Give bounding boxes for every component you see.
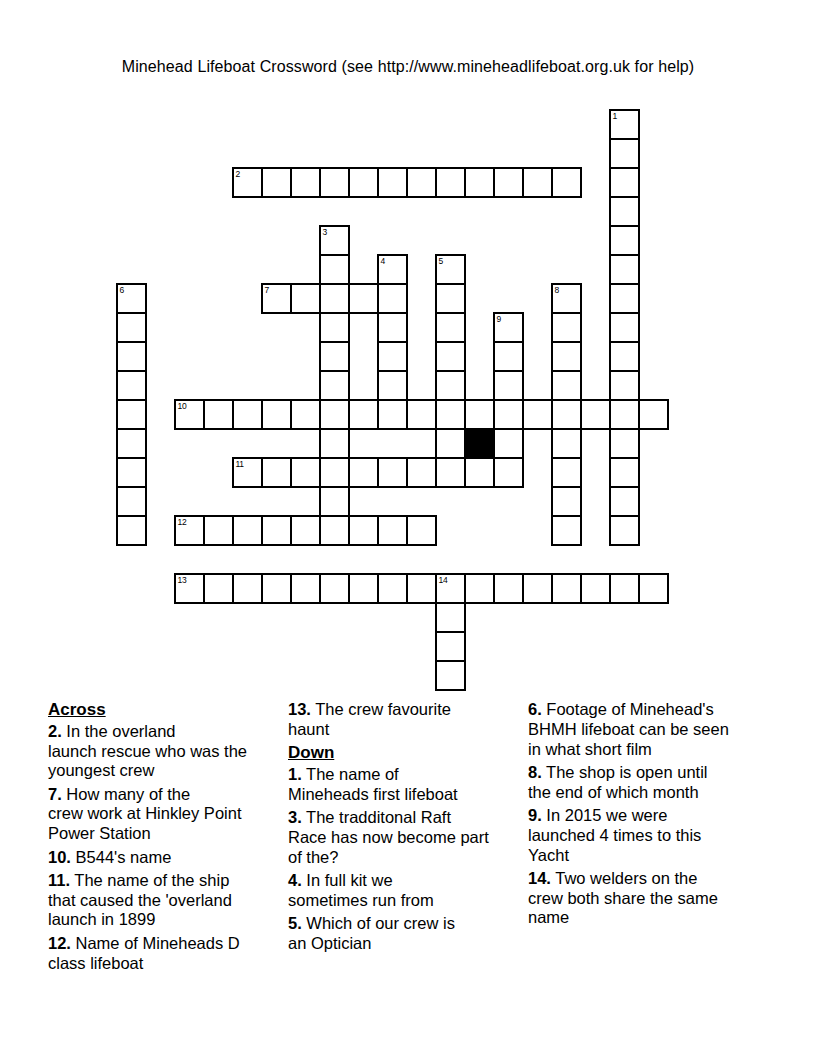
crossword-cell[interactable] bbox=[493, 399, 524, 430]
clue-number-label: 1 bbox=[613, 111, 617, 121]
crossword-cell[interactable] bbox=[609, 196, 640, 227]
crossword-cell[interactable] bbox=[348, 457, 379, 488]
clue-text: B544's name bbox=[76, 848, 172, 866]
crossword-cell[interactable]: 2 bbox=[232, 167, 263, 198]
crossword-page: Minehead Lifeboat Crossword (see http://… bbox=[0, 0, 816, 1056]
crossword-cell[interactable]: 10 bbox=[174, 399, 205, 430]
crossword-cell[interactable] bbox=[319, 341, 350, 372]
crossword-cell[interactable] bbox=[638, 573, 669, 604]
clue-6: 6. Footage of Minehead's BHMH lifeboat c… bbox=[528, 700, 767, 759]
crossword-cell[interactable] bbox=[261, 399, 292, 430]
crossword-cell[interactable] bbox=[348, 283, 379, 314]
crossword-cell[interactable] bbox=[116, 428, 147, 459]
clue-5: 5. Which of our crew is an Optician bbox=[288, 914, 527, 954]
crossword-cell[interactable] bbox=[551, 515, 582, 546]
clue-1: 1. The name of Mineheads first lifeboat bbox=[288, 765, 527, 805]
crossword-cell[interactable] bbox=[319, 312, 350, 343]
crossword-cell[interactable] bbox=[261, 167, 292, 198]
crossword-cell[interactable]: 8 bbox=[551, 283, 582, 314]
crossword-cell[interactable] bbox=[609, 428, 640, 459]
crossword-cell[interactable] bbox=[116, 399, 147, 430]
crossword-cell[interactable] bbox=[493, 573, 524, 604]
crossword-cell[interactable] bbox=[551, 167, 582, 198]
across-header: Across bbox=[48, 700, 287, 720]
crossword-cell[interactable] bbox=[435, 341, 466, 372]
crossword-cell[interactable] bbox=[116, 457, 147, 488]
crossword-cell[interactable] bbox=[232, 399, 263, 430]
crossword-cell[interactable] bbox=[609, 486, 640, 517]
clue-number-label: 2 bbox=[236, 169, 240, 179]
crossword-cell[interactable] bbox=[493, 167, 524, 198]
crossword-cell[interactable] bbox=[290, 515, 321, 546]
crossword-cell[interactable] bbox=[261, 573, 292, 604]
crossword-cell[interactable] bbox=[435, 399, 466, 430]
crossword-cell[interactable] bbox=[348, 399, 379, 430]
clue-number-label: 7 bbox=[265, 285, 269, 295]
crossword-cell[interactable]: 12 bbox=[174, 515, 205, 546]
crossword-cell[interactable] bbox=[435, 457, 466, 488]
clue-text: In full kit we sometimes run from bbox=[288, 871, 434, 909]
clue-number: 4. bbox=[288, 871, 302, 889]
crossword-cell[interactable] bbox=[435, 283, 466, 314]
crossword-cell[interactable] bbox=[435, 631, 466, 662]
crossword-cell[interactable] bbox=[435, 370, 466, 401]
clue-14: 14. Two welders on the crew both share t… bbox=[528, 869, 767, 928]
clue-10: 10. B544's name bbox=[48, 848, 287, 868]
crossword-cell[interactable] bbox=[493, 457, 524, 488]
crossword-cell[interactable] bbox=[522, 399, 553, 430]
clue-number: 8. bbox=[528, 763, 542, 781]
clue-number: 7. bbox=[48, 785, 62, 803]
crossword-cell[interactable] bbox=[609, 167, 640, 198]
clue-number-label: 13 bbox=[178, 575, 187, 585]
crossword-cell[interactable] bbox=[609, 370, 640, 401]
crossword-cell[interactable]: 5 bbox=[435, 254, 466, 285]
crossword-cell[interactable] bbox=[377, 457, 408, 488]
crossword-cell[interactable] bbox=[464, 457, 495, 488]
crossword-cell[interactable] bbox=[609, 341, 640, 372]
crossword-cell[interactable] bbox=[348, 573, 379, 604]
clue-number: 1. bbox=[288, 765, 302, 783]
crossword-cell[interactable] bbox=[551, 457, 582, 488]
crossword-cell[interactable] bbox=[522, 573, 553, 604]
crossword-cell[interactable] bbox=[464, 167, 495, 198]
crossword-cell[interactable] bbox=[580, 399, 611, 430]
clue-text: How many of the crew work at Hinkley Poi… bbox=[48, 785, 241, 843]
clue-text: The shop is open until the end of which … bbox=[528, 763, 708, 801]
crossword-cell[interactable] bbox=[435, 660, 466, 691]
crossword-cell[interactable] bbox=[551, 370, 582, 401]
clue-number: 13. bbox=[288, 700, 311, 718]
clue-text: Which of our crew is an Optician bbox=[288, 914, 455, 952]
clue-number-label: 6 bbox=[120, 285, 124, 295]
crossword-cell[interactable] bbox=[319, 515, 350, 546]
crossword-cell[interactable] bbox=[609, 457, 640, 488]
crossword-cell[interactable] bbox=[377, 167, 408, 198]
crossword-cell[interactable]: 7 bbox=[261, 283, 292, 314]
crossword-cell[interactable] bbox=[464, 573, 495, 604]
clue-text: Two welders on the crew both share the s… bbox=[528, 869, 718, 927]
crossword-cell[interactable] bbox=[290, 283, 321, 314]
crossword-cell[interactable] bbox=[551, 312, 582, 343]
crossword-cell[interactable] bbox=[609, 138, 640, 169]
crossword-cell[interactable]: 6 bbox=[116, 283, 147, 314]
clue-number: 11. bbox=[48, 871, 70, 889]
crossword-cell[interactable] bbox=[377, 370, 408, 401]
crossword-cell[interactable] bbox=[522, 167, 553, 198]
crossword-cell[interactable] bbox=[377, 283, 408, 314]
crossword-cell[interactable] bbox=[319, 428, 350, 459]
crossword-cell[interactable] bbox=[551, 399, 582, 430]
crossword-cell[interactable] bbox=[609, 283, 640, 314]
clue-8: 8. The shop is open until the end of whi… bbox=[528, 763, 767, 803]
clue-column-2: 13. The crew favourite hauntDown1. The n… bbox=[288, 700, 527, 957]
clue-number-label: 3 bbox=[323, 227, 327, 237]
crossword-cell[interactable] bbox=[609, 515, 640, 546]
clue-number: 12. bbox=[48, 934, 71, 952]
crossword-cell[interactable] bbox=[348, 167, 379, 198]
crossword-cell[interactable] bbox=[435, 602, 466, 633]
crossword-cell[interactable] bbox=[116, 341, 147, 372]
clue-number: 3. bbox=[288, 808, 302, 826]
clue-number-label: 4 bbox=[381, 256, 385, 266]
crossword-cell[interactable] bbox=[319, 457, 350, 488]
clue-text: The name of the ship that caused the 'ov… bbox=[48, 871, 232, 929]
clue-text: Footage of Minehead's BHMH lifeboat can … bbox=[528, 700, 729, 758]
crossword-cell[interactable] bbox=[319, 399, 350, 430]
clue-number: 14. bbox=[528, 869, 551, 887]
crossword-cell[interactable] bbox=[551, 573, 582, 604]
clue-column-1: Across2. In the overland launch rescue w… bbox=[48, 700, 287, 977]
crossword-cell[interactable] bbox=[319, 254, 350, 285]
crossword-cell[interactable] bbox=[609, 312, 640, 343]
crossword-cell[interactable] bbox=[319, 283, 350, 314]
crossword-cell[interactable] bbox=[116, 515, 147, 546]
clue-number: 2. bbox=[48, 722, 62, 740]
crossword-cell[interactable] bbox=[551, 341, 582, 372]
clue-number: 10. bbox=[48, 848, 71, 866]
crossword-cell[interactable] bbox=[319, 573, 350, 604]
crossword-cell[interactable] bbox=[609, 225, 640, 256]
crossword-cell[interactable] bbox=[203, 515, 234, 546]
crossword-cell[interactable] bbox=[435, 167, 466, 198]
crossword-cell[interactable] bbox=[290, 573, 321, 604]
clue-number-label: 14 bbox=[439, 575, 448, 585]
clue-11: 11. The name of the ship that caused the… bbox=[48, 871, 287, 930]
crossword-cell[interactable] bbox=[377, 312, 408, 343]
crossword-cell[interactable] bbox=[464, 399, 495, 430]
crossword-cell[interactable] bbox=[116, 486, 147, 517]
crossword-cell[interactable]: 9 bbox=[493, 312, 524, 343]
crossword-cell[interactable] bbox=[261, 515, 292, 546]
clue-number-label: 5 bbox=[439, 256, 443, 266]
clue-text: In 2015 we were launched 4 times to this… bbox=[528, 806, 701, 864]
clue-text: The crew favourite haunt bbox=[288, 700, 451, 738]
crossword-cell[interactable] bbox=[377, 341, 408, 372]
clue-13: 13. The crew favourite haunt bbox=[288, 700, 527, 740]
crossword-cell[interactable] bbox=[406, 457, 437, 488]
crossword-cell[interactable] bbox=[580, 573, 611, 604]
down-header: Down bbox=[288, 743, 527, 763]
clue-12: 12. Name of Mineheads D class lifeboat bbox=[48, 934, 287, 974]
crossword-cell[interactable] bbox=[551, 428, 582, 459]
crossword-cell[interactable] bbox=[609, 399, 640, 430]
crossword-cell[interactable] bbox=[290, 457, 321, 488]
crossword-cell[interactable] bbox=[551, 486, 582, 517]
crossword-cell[interactable] bbox=[406, 573, 437, 604]
clue-2: 2. In the overland launch rescue who was… bbox=[48, 722, 287, 781]
page-title: Minehead Lifeboat Crossword (see http://… bbox=[0, 58, 816, 76]
crossword-cell[interactable] bbox=[406, 515, 437, 546]
crossword-cell[interactable] bbox=[261, 457, 292, 488]
crossword-cell[interactable] bbox=[435, 428, 466, 459]
clue-number-label: 12 bbox=[178, 517, 187, 527]
clue-4: 4. In full kit we sometimes run from bbox=[288, 871, 527, 911]
clue-text: The tradditonal Raft Race has now become… bbox=[288, 808, 489, 866]
crossword-cell[interactable]: 14 bbox=[435, 573, 466, 604]
crossword-cell[interactable] bbox=[493, 428, 524, 459]
crossword-cell[interactable] bbox=[319, 167, 350, 198]
crossword-cell[interactable] bbox=[406, 399, 437, 430]
crossword-cell[interactable] bbox=[609, 254, 640, 285]
crossword-cell[interactable] bbox=[290, 399, 321, 430]
crossword-cell[interactable] bbox=[493, 341, 524, 372]
crossword-grid: 1234567891011121314 bbox=[117, 110, 677, 700]
crossword-cell[interactable] bbox=[609, 573, 640, 604]
crossword-cell[interactable] bbox=[319, 486, 350, 517]
crossword-cell[interactable] bbox=[116, 370, 147, 401]
crossword-cell[interactable] bbox=[232, 515, 263, 546]
crossword-cell[interactable]: 13 bbox=[174, 573, 205, 604]
clue-number-label: 10 bbox=[178, 401, 187, 411]
crossword-cell[interactable]: 3 bbox=[319, 225, 350, 256]
crossword-cell[interactable] bbox=[377, 399, 408, 430]
clue-7: 7. How many of the crew work at Hinkley … bbox=[48, 785, 287, 844]
crossword-cell[interactable] bbox=[348, 515, 379, 546]
crossword-cell[interactable] bbox=[203, 399, 234, 430]
crossword-cell[interactable]: 4 bbox=[377, 254, 408, 285]
crossword-cell[interactable]: 11 bbox=[232, 457, 263, 488]
crossword-cell[interactable] bbox=[377, 515, 408, 546]
crossword-cell[interactable] bbox=[319, 370, 350, 401]
crossword-cell[interactable] bbox=[406, 167, 437, 198]
crossword-cell[interactable] bbox=[232, 573, 263, 604]
crossword-cell[interactable] bbox=[290, 167, 321, 198]
clue-number: 5. bbox=[288, 914, 302, 932]
clue-number-label: 11 bbox=[236, 459, 244, 469]
crossword-cell[interactable] bbox=[638, 399, 669, 430]
crossword-cell[interactable] bbox=[203, 573, 234, 604]
clue-number: 9. bbox=[528, 806, 542, 824]
clue-number-label: 8 bbox=[555, 285, 559, 295]
clue-text: The name of Mineheads first lifeboat bbox=[288, 765, 458, 803]
clue-3: 3. The tradditonal Raft Race has now bec… bbox=[288, 808, 527, 867]
clue-text: Name of Mineheads D class lifeboat bbox=[48, 934, 240, 972]
clue-number-label: 9 bbox=[497, 314, 501, 324]
crossword-cell[interactable] bbox=[377, 573, 408, 604]
crossword-cell[interactable]: 1 bbox=[609, 109, 640, 140]
crossword-cell[interactable] bbox=[493, 370, 524, 401]
clue-column-3: 6. Footage of Minehead's BHMH lifeboat c… bbox=[528, 700, 767, 932]
clue-text: In the overland launch rescue who was th… bbox=[48, 722, 247, 780]
crossword-cell[interactable] bbox=[435, 312, 466, 343]
crossword-cell[interactable] bbox=[116, 312, 147, 343]
clue-number: 6. bbox=[528, 700, 542, 718]
clue-9: 9. In 2015 we were launched 4 times to t… bbox=[528, 806, 767, 865]
blocked-cell bbox=[464, 428, 495, 459]
